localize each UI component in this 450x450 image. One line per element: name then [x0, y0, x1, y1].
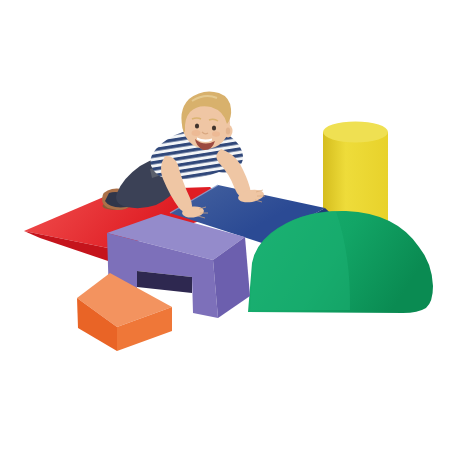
baby: [102, 91, 265, 218]
cheek-right: [212, 131, 220, 137]
eye-right: [212, 126, 216, 131]
ear-inner: [226, 128, 230, 135]
yellow-cylinder-top: [323, 122, 388, 143]
eye-left: [195, 124, 199, 129]
foam-climber-scene: [0, 0, 450, 450]
cheek-left: [192, 130, 201, 136]
product-photo: [0, 0, 450, 450]
